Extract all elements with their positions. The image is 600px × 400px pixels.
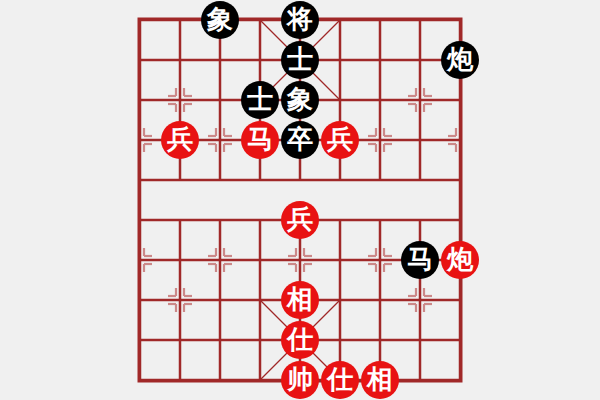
piece-glyph: 将 <box>287 6 313 32</box>
black-elephant[interactable]: 象 <box>281 81 319 119</box>
piece-glyph: 象 <box>207 6 233 32</box>
black-pawn[interactable]: 卒 <box>281 121 319 159</box>
piece-glyph: 象 <box>287 86 313 112</box>
piece-glyph: 仕 <box>327 366 353 392</box>
black-cannon[interactable]: 炮 <box>441 41 479 79</box>
red-pawn[interactable]: 兵 <box>161 121 199 159</box>
red-pawn[interactable]: 兵 <box>321 121 359 159</box>
piece-glyph: 相 <box>287 286 313 312</box>
red-cannon[interactable]: 炮 <box>441 241 479 279</box>
piece-glyph: 仕 <box>287 326 313 352</box>
red-elephant[interactable]: 相 <box>281 281 319 319</box>
piece-glyph: 炮 <box>447 46 473 72</box>
black-horse[interactable]: 马 <box>401 241 439 279</box>
piece-glyph: 兵 <box>327 126 353 152</box>
black-advisor[interactable]: 士 <box>241 81 279 119</box>
piece-glyph: 兵 <box>167 126 193 152</box>
red-elephant[interactable]: 相 <box>361 361 399 399</box>
piece-glyph: 士 <box>247 86 273 112</box>
piece-glyph: 兵 <box>287 206 313 232</box>
piece-glyph: 相 <box>367 366 393 392</box>
red-horse[interactable]: 马 <box>241 121 279 159</box>
black-advisor[interactable]: 士 <box>281 41 319 79</box>
piece-glyph: 马 <box>247 126 273 152</box>
piece-glyph: 马 <box>407 246 433 272</box>
piece-glyph: 帅 <box>287 366 313 392</box>
red-advisor[interactable]: 仕 <box>321 361 359 399</box>
red-pawn[interactable]: 兵 <box>281 201 319 239</box>
piece-glyph: 炮 <box>447 246 473 272</box>
red-advisor[interactable]: 仕 <box>281 321 319 359</box>
xiangqi-app-canvas: 象将士炮士象兵马卒兵兵马炮相仕帅仕相 <box>0 0 600 400</box>
piece-glyph: 卒 <box>287 126 313 152</box>
black-general[interactable]: 将 <box>281 1 319 39</box>
pieces-grid: 象将士炮士象兵马卒兵兵马炮相仕帅仕相 <box>120 0 480 400</box>
red-general[interactable]: 帅 <box>281 361 319 399</box>
black-elephant[interactable]: 象 <box>201 1 239 39</box>
piece-glyph: 士 <box>287 46 313 72</box>
